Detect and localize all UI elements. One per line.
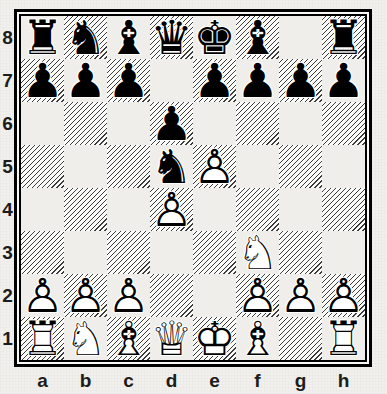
square-b4[interactable]: [64, 188, 107, 231]
file-label-g: g: [279, 369, 322, 393]
square-c1[interactable]: ♝♗: [107, 317, 150, 360]
square-c6[interactable]: [107, 102, 150, 145]
square-a5[interactable]: [21, 145, 64, 188]
piece-black-pawn: ♟: [64, 59, 107, 102]
square-f6[interactable]: [236, 102, 279, 145]
square-d4[interactable]: ♟♙: [150, 188, 193, 231]
square-e1[interactable]: ♚♔: [193, 317, 236, 360]
piece-black-pawn: ♟: [322, 59, 365, 102]
square-c4[interactable]: [107, 188, 150, 231]
piece-glyph-outline: ♙: [193, 145, 236, 188]
piece-white-bishop: ♝♗: [107, 317, 150, 360]
file-label-f: f: [236, 369, 279, 393]
piece-glyph-fill: ♟: [107, 59, 150, 102]
square-d1[interactable]: ♛♕: [150, 317, 193, 360]
piece-white-rook: ♜♖: [322, 317, 365, 360]
chess-board: ♜♞♝♛♚♝♜♟♟♟♟♟♟♟♟♞♟♙♟♙♞♘♟♙♟♙♟♙♟♙♟♙♟♙♜♖♞♘♝♗…: [21, 16, 365, 360]
square-g7[interactable]: ♟: [279, 59, 322, 102]
piece-white-knight: ♞♘: [64, 317, 107, 360]
chess-board-frame: ♜♞♝♛♚♝♜♟♟♟♟♟♟♟♟♞♟♙♟♙♞♘♟♙♟♙♟♙♟♙♟♙♟♙♜♖♞♘♝♗…: [14, 9, 372, 367]
piece-black-pawn: ♟: [236, 59, 279, 102]
piece-glyph-outline: ♗: [236, 317, 279, 360]
square-c7[interactable]: ♟: [107, 59, 150, 102]
square-g5[interactable]: [279, 145, 322, 188]
square-d8[interactable]: ♛: [150, 16, 193, 59]
piece-white-pawn: ♟♙: [150, 188, 193, 231]
piece-black-pawn: ♟: [193, 59, 236, 102]
square-e5[interactable]: ♟♙: [193, 145, 236, 188]
square-f7[interactable]: ♟: [236, 59, 279, 102]
square-b7[interactable]: ♟: [64, 59, 107, 102]
square-e3[interactable]: [193, 231, 236, 274]
rank-label-6: 6: [0, 102, 15, 145]
piece-black-pawn: ♟: [107, 59, 150, 102]
piece-glyph-outline: ♗: [107, 317, 150, 360]
square-b1[interactable]: ♞♘: [64, 317, 107, 360]
file-label-h: h: [322, 369, 365, 393]
rank-label-4: 4: [0, 188, 15, 231]
file-label-d: d: [150, 369, 193, 393]
piece-glyph-outline: ♘: [64, 317, 107, 360]
square-h1[interactable]: ♜♖: [322, 317, 365, 360]
square-g1[interactable]: [279, 317, 322, 360]
square-h5[interactable]: [322, 145, 365, 188]
square-h7[interactable]: ♟: [322, 59, 365, 102]
square-b6[interactable]: [64, 102, 107, 145]
piece-black-queen: ♛: [150, 16, 193, 59]
piece-black-pawn: ♟: [279, 59, 322, 102]
rank-label-7: 7: [0, 59, 15, 102]
piece-white-rook: ♜♖: [21, 317, 64, 360]
piece-white-king: ♚♔: [193, 317, 236, 360]
piece-glyph-outline: ♖: [322, 317, 365, 360]
square-c5[interactable]: [107, 145, 150, 188]
rank-label-1: 1: [0, 317, 15, 360]
rank-label-5: 5: [0, 145, 15, 188]
piece-glyph-fill: ♛: [150, 16, 193, 59]
square-h6[interactable]: [322, 102, 365, 145]
square-a6[interactable]: [21, 102, 64, 145]
file-label-c: c: [107, 369, 150, 393]
piece-glyph-fill: ♟: [279, 59, 322, 102]
square-e4[interactable]: [193, 188, 236, 231]
file-label-b: b: [64, 369, 107, 393]
piece-glyph-outline: ♙: [150, 188, 193, 231]
rank-label-8: 8: [0, 16, 15, 59]
piece-white-pawn: ♟♙: [279, 274, 322, 317]
piece-glyph-outline: ♕: [150, 317, 193, 360]
chess-diagram: 87654321 ♜♞♝♛♚♝♜♟♟♟♟♟♟♟♟♞♟♙♟♙♞♘♟♙♟♙♟♙♟♙♟…: [0, 0, 387, 394]
piece-glyph-fill: ♟: [64, 59, 107, 102]
file-label-a: a: [21, 369, 64, 393]
chess-board-inner-border: ♜♞♝♛♚♝♜♟♟♟♟♟♟♟♟♞♟♙♟♙♞♘♟♙♟♙♟♙♟♙♟♙♟♙♜♖♞♘♝♗…: [19, 14, 367, 362]
square-g4[interactable]: [279, 188, 322, 231]
square-g2[interactable]: ♟♙: [279, 274, 322, 317]
piece-glyph-fill: ♟: [21, 59, 64, 102]
square-a7[interactable]: ♟: [21, 59, 64, 102]
piece-glyph-outline: ♔: [193, 317, 236, 360]
piece-glyph-fill: ♟: [322, 59, 365, 102]
square-b5[interactable]: [64, 145, 107, 188]
square-f1[interactable]: ♝♗: [236, 317, 279, 360]
square-a4[interactable]: [21, 188, 64, 231]
piece-glyph-fill: ♟: [236, 59, 279, 102]
piece-black-pawn: ♟: [21, 59, 64, 102]
rank-label-3: 3: [0, 231, 15, 274]
square-a1[interactable]: ♜♖: [21, 317, 64, 360]
rank-labels: 87654321: [0, 16, 15, 360]
piece-white-pawn: ♟♙: [193, 145, 236, 188]
file-label-e: e: [193, 369, 236, 393]
piece-glyph-outline: ♖: [21, 317, 64, 360]
piece-glyph-fill: ♟: [193, 59, 236, 102]
square-d3[interactable]: [150, 231, 193, 274]
square-g6[interactable]: [279, 102, 322, 145]
file-labels: abcdefgh: [21, 369, 365, 393]
piece-glyph-outline: ♙: [279, 274, 322, 317]
piece-white-bishop: ♝♗: [236, 317, 279, 360]
rank-label-2: 2: [0, 274, 15, 317]
piece-white-queen: ♛♕: [150, 317, 193, 360]
square-h4[interactable]: [322, 188, 365, 231]
square-e7[interactable]: ♟: [193, 59, 236, 102]
square-f5[interactable]: [236, 145, 279, 188]
